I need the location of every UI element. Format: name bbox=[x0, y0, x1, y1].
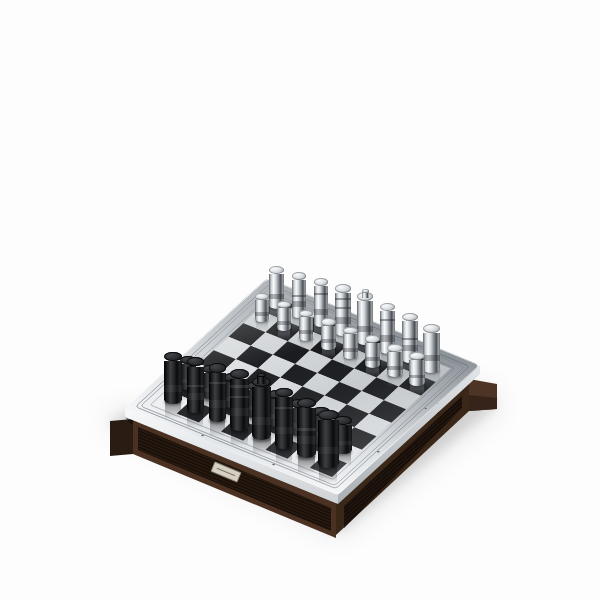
piece-cylinder bbox=[252, 387, 271, 440]
piece-groove-ring bbox=[275, 407, 293, 410]
piece-groove-ring bbox=[335, 298, 351, 300]
chess-piece[interactable] bbox=[365, 339, 380, 368]
chess-piece[interactable] bbox=[277, 305, 291, 332]
rim-screw bbox=[272, 463, 276, 465]
piece-environment-reflection bbox=[318, 447, 338, 454]
piece-environment-reflection bbox=[230, 408, 249, 416]
chess-piece[interactable] bbox=[275, 393, 293, 450]
chess-piece[interactable] bbox=[318, 415, 338, 468]
rim-screw bbox=[424, 407, 428, 409]
piece-environment-reflection bbox=[423, 355, 440, 361]
chess-piece[interactable] bbox=[409, 356, 424, 386]
piece-cylinder bbox=[255, 300, 269, 323]
chess-piece[interactable] bbox=[299, 313, 313, 340]
piece-environment-reflection bbox=[297, 436, 316, 444]
piece-groove-ring bbox=[380, 319, 395, 321]
piece-top-face bbox=[269, 266, 284, 274]
piece-environment-reflection bbox=[343, 348, 358, 352]
piece-top-face bbox=[164, 352, 182, 361]
chess-piece[interactable] bbox=[255, 296, 269, 322]
piece-environment-reflection bbox=[357, 326, 373, 333]
piece-top-face bbox=[409, 352, 424, 360]
chess-piece[interactable] bbox=[387, 348, 402, 377]
piece-cylinder bbox=[275, 397, 293, 449]
piece-groove-ring bbox=[209, 382, 227, 384]
piece-environment-reflection bbox=[365, 357, 380, 361]
piece-cylinder bbox=[164, 361, 182, 404]
piece-cylinder bbox=[230, 379, 249, 432]
chess-piece[interactable] bbox=[423, 328, 440, 372]
piece-top-face bbox=[292, 272, 306, 279]
piece-cylinder bbox=[209, 373, 227, 423]
piece-top-face bbox=[380, 303, 395, 311]
rim-screw bbox=[201, 434, 205, 436]
piece-top-face bbox=[365, 335, 380, 343]
chess-piece[interactable] bbox=[209, 368, 227, 422]
piece-environment-reflection bbox=[387, 366, 402, 370]
piece-environment-reflection bbox=[314, 309, 329, 315]
piece-groove-ring bbox=[335, 307, 351, 309]
piece-cylinder bbox=[423, 333, 440, 373]
piece-top-face bbox=[299, 310, 313, 317]
piece-environment-reflection bbox=[209, 400, 227, 407]
king-finial-top bbox=[362, 289, 369, 293]
piece-cylinder bbox=[299, 317, 313, 340]
piece-cylinder bbox=[187, 367, 204, 414]
piece-top-face bbox=[275, 388, 293, 398]
piece-top-face bbox=[423, 324, 440, 333]
piece-groove-ring bbox=[314, 293, 329, 295]
piece-cylinder bbox=[365, 343, 380, 368]
king-finial-top bbox=[257, 373, 266, 378]
piece-top-face bbox=[314, 278, 329, 286]
rim-screw bbox=[376, 451, 380, 453]
piece-environment-reflection bbox=[164, 385, 182, 391]
piece-groove-ring bbox=[292, 295, 306, 297]
piece-groove-ring bbox=[230, 396, 249, 399]
piece-top-face bbox=[187, 357, 204, 366]
king-finial bbox=[257, 375, 266, 384]
piece-top-face bbox=[387, 344, 402, 352]
chess-piece[interactable] bbox=[230, 374, 249, 432]
piece-environment-reflection bbox=[292, 301, 306, 307]
piece-groove-ring bbox=[297, 428, 316, 431]
piece-environment-reflection bbox=[277, 321, 291, 324]
piece-top-face bbox=[230, 369, 249, 379]
piece-top-face bbox=[318, 410, 338, 421]
piece-environment-reflection bbox=[335, 317, 351, 324]
chess-piece[interactable] bbox=[321, 322, 335, 350]
piece-groove-ring bbox=[230, 385, 249, 388]
piece-groove-ring bbox=[187, 385, 204, 387]
piece-top-face bbox=[277, 301, 291, 308]
piece-cylinder bbox=[343, 334, 358, 358]
piece-environment-reflection bbox=[299, 330, 313, 334]
piece-cylinder bbox=[409, 360, 424, 386]
chess-piece[interactable] bbox=[252, 371, 271, 441]
piece-environment-reflection bbox=[269, 294, 284, 299]
product-photo bbox=[0, 0, 600, 600]
piece-environment-reflection bbox=[187, 393, 204, 400]
piece-groove-ring bbox=[402, 338, 418, 340]
piece-top-face bbox=[255, 293, 269, 300]
piece-environment-reflection bbox=[252, 417, 271, 425]
piece-cylinder bbox=[387, 352, 402, 377]
piece-environment-reflection bbox=[275, 427, 293, 435]
piece-environment-reflection bbox=[321, 339, 335, 343]
piece-top-face bbox=[209, 363, 227, 372]
piece-cylinder bbox=[321, 326, 335, 350]
piece-cylinder bbox=[318, 420, 338, 468]
piece-top-face bbox=[297, 398, 316, 408]
piece-cylinder bbox=[277, 308, 291, 331]
piece-top-face bbox=[335, 284, 351, 292]
piece-environment-reflection bbox=[380, 335, 395, 342]
piece-environment-reflection bbox=[402, 345, 418, 351]
chess-piece[interactable] bbox=[297, 403, 316, 458]
piece-environment-reflection bbox=[409, 375, 424, 379]
piece-top-face bbox=[343, 327, 358, 335]
piece-top-face bbox=[321, 318, 335, 325]
base-west-foot bbox=[110, 419, 133, 456]
chess-piece[interactable] bbox=[343, 331, 358, 359]
piece-top-face bbox=[402, 313, 418, 321]
king-finial bbox=[362, 291, 369, 299]
chess-piece[interactable] bbox=[164, 357, 182, 404]
piece-cylinder bbox=[297, 408, 316, 458]
chess-piece[interactable] bbox=[187, 362, 204, 413]
piece-environment-reflection bbox=[255, 312, 269, 315]
